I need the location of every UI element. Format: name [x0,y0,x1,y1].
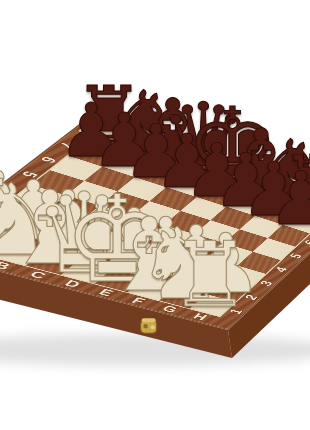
rank-label-left-7: 7 [56,140,78,149]
brass-clasp [141,318,157,333]
file-label-front-g: G [160,304,180,314]
file-label-front-h: H [191,312,209,322]
rank-label-left-6: 6 [37,155,59,164]
rank-label-left-4: 4 [0,184,22,193]
rank-label-right-1: 1 [227,308,245,316]
board-shadow [0,334,310,366]
rank-label-left-8: 8 [74,126,95,135]
file-label-front-e: E [96,288,115,298]
file-label-front-c: C [27,270,49,281]
rank-label-right-2: 2 [243,293,261,301]
file-label-front-d: D [62,279,83,290]
rank-label-left-5: 5 [18,169,41,178]
file-label-front-b: B [0,260,13,271]
product-photo: AABBCCDDEEFFGGHH1122334455667788 ♜♞♝♛♚♝♞… [0,0,310,430]
file-label-far-f: F [268,176,284,185]
file-label-front-f: F [129,296,147,306]
rank-label-right-6: 6 [302,239,310,247]
rank-label-right-4: 4 [273,266,290,274]
rank-label-right-3: 3 [258,279,276,287]
rank-label-right-5: 5 [288,252,305,260]
